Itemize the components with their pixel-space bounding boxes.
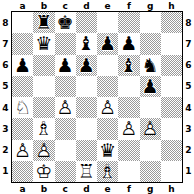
black-pawn-icon: ♟ [118,33,139,54]
black-bishop-icon: ♝ [76,33,97,54]
square-a3[interactable] [12,118,33,139]
rank-label-4: 4 [0,97,11,118]
rank-label-5: 5 [0,76,11,97]
square-a1[interactable] [12,161,33,182]
rank-label-1: 1 [0,161,11,182]
square-e7[interactable]: ♟ [97,33,118,54]
square-g3[interactable]: ♟♙ [140,118,161,139]
white-pawn-icon: ♙ [55,97,76,118]
square-e4[interactable]: ♟♙ [97,97,118,118]
square-d4[interactable] [76,97,97,118]
black-pawn-icon: ♟ [76,55,97,76]
square-c1[interactable] [55,161,76,182]
white-pawn-icon: ♙ [33,140,54,161]
file-label-d: d [76,183,97,194]
square-b2[interactable]: ♟♙ [33,140,54,161]
piece-black-pawn-f7[interactable]: ♟ [118,33,139,54]
piece-black-queen-b7[interactable]: ♛ [33,33,54,54]
square-c5[interactable] [55,76,76,97]
square-h7[interactable] [161,33,182,54]
file-label-c: c [55,0,76,11]
white-bishop-icon: ♗ [97,161,118,182]
square-g1[interactable] [140,161,161,182]
piece-black-rook-b8[interactable]: ♜ [33,12,54,33]
black-bishop-icon: ♝ [118,55,139,76]
square-f2[interactable] [118,140,139,161]
white-knight-icon: ♘ [12,97,33,118]
square-a7[interactable] [12,33,33,54]
square-c2[interactable] [55,140,76,161]
square-a5[interactable] [12,76,33,97]
square-a8[interactable] [12,12,33,33]
square-g7[interactable] [140,33,161,54]
square-d1[interactable]: ♜♖ [76,161,97,182]
piece-white-pawn-e4[interactable]: ♟♙ [97,97,118,118]
chess-board-diagram: abcdefgh 87654321 ♜♚♛♝♟♟♟♟♟♝♞♟♞♘♟♙♟♙♝♗♟♙… [0,0,194,194]
white-bishop-icon: ♗ [33,118,54,139]
rank-label-8: 8 [0,12,11,33]
file-labels-bottom: abcdefgh [12,183,182,194]
square-e2[interactable]: ♛ [97,140,118,161]
black-pawn-icon: ♟ [97,33,118,54]
file-label-g: g [140,0,161,11]
piece-black-pawn-a6[interactable]: ♟ [12,55,33,76]
square-f5[interactable] [118,76,139,97]
square-h2[interactable] [161,140,182,161]
rank-labels-right: 87654321 [183,12,194,182]
square-g8[interactable] [140,12,161,33]
square-b1[interactable]: ♚♔ [33,161,54,182]
rank-label-4: 4 [183,97,194,118]
file-label-b: b [33,0,54,11]
piece-black-queen-e2[interactable]: ♛ [97,140,118,161]
rank-label-3: 3 [0,118,11,139]
square-f1[interactable] [118,161,139,182]
square-d8[interactable] [76,12,97,33]
rank-label-7: 7 [0,33,11,54]
rank-labels-left: 87654321 [0,12,11,182]
piece-black-pawn-e7[interactable]: ♟ [97,33,118,54]
square-f6[interactable]: ♝ [118,55,139,76]
white-king-icon: ♔ [33,161,54,182]
piece-white-king-b1[interactable]: ♚♔ [33,161,54,182]
chess-board: ♜♚♛♝♟♟♟♟♟♝♞♟♞♘♟♙♟♙♝♗♟♙♟♙♟♙♟♙♛♚♔♜♖♝♗ [11,11,183,183]
black-king-icon: ♚ [55,12,76,33]
piece-white-knight-a4[interactable]: ♞♘ [12,97,33,118]
piece-black-pawn-g5[interactable]: ♟ [140,76,161,97]
file-label-d: d [76,0,97,11]
square-a2[interactable]: ♟♙ [12,140,33,161]
square-f8[interactable] [118,12,139,33]
white-pawn-icon: ♙ [12,140,33,161]
white-pawn-icon: ♙ [118,118,139,139]
piece-black-bishop-f6[interactable]: ♝ [118,55,139,76]
square-h6[interactable] [161,55,182,76]
square-e6[interactable] [97,55,118,76]
square-b4[interactable] [33,97,54,118]
black-queen-icon: ♛ [97,140,118,161]
piece-black-pawn-c6[interactable]: ♟ [55,55,76,76]
square-a6[interactable]: ♟ [12,55,33,76]
piece-white-pawn-c4[interactable]: ♟♙ [55,97,76,118]
square-c4[interactable]: ♟♙ [55,97,76,118]
file-label-h: h [161,0,182,11]
square-f7[interactable]: ♟ [118,33,139,54]
square-f3[interactable]: ♟♙ [118,118,139,139]
piece-white-pawn-a2[interactable]: ♟♙ [12,140,33,161]
piece-white-bishop-e1[interactable]: ♝♗ [97,161,118,182]
square-b7[interactable]: ♛ [33,33,54,54]
piece-black-bishop-d7[interactable]: ♝ [76,33,97,54]
square-g4[interactable] [140,97,161,118]
file-label-h: h [161,183,182,194]
rank-label-5: 5 [183,76,194,97]
black-pawn-icon: ♟ [12,55,33,76]
file-label-a: a [12,183,33,194]
file-label-e: e [97,183,118,194]
black-pawn-icon: ♟ [140,76,161,97]
square-d2[interactable] [76,140,97,161]
square-a4[interactable]: ♞♘ [12,97,33,118]
square-d6[interactable]: ♟ [76,55,97,76]
file-label-e: e [97,0,118,11]
rank-label-7: 7 [183,33,194,54]
piece-white-pawn-b2[interactable]: ♟♙ [33,140,54,161]
square-b6[interactable] [33,55,54,76]
white-pawn-icon: ♙ [97,97,118,118]
black-queen-icon: ♛ [33,33,54,54]
piece-white-pawn-f3[interactable]: ♟♙ [118,118,139,139]
black-rook-icon: ♜ [33,12,54,33]
square-h1[interactable] [161,161,182,182]
square-h5[interactable] [161,76,182,97]
square-g2[interactable] [140,140,161,161]
square-d5[interactable] [76,76,97,97]
square-d7[interactable]: ♝ [76,33,97,54]
square-c8[interactable]: ♚ [55,12,76,33]
file-label-c: c [55,183,76,194]
square-f4[interactable] [118,97,139,118]
rank-label-2: 2 [183,140,194,161]
file-label-f: f [118,0,139,11]
rank-label-6: 6 [0,55,11,76]
file-labels-top: abcdefgh [12,0,182,11]
file-label-a: a [12,0,33,11]
rank-label-6: 6 [183,55,194,76]
square-e1[interactable]: ♝♗ [97,161,118,182]
file-label-b: b [33,183,54,194]
white-rook-icon: ♖ [76,161,97,182]
white-pawn-icon: ♙ [140,118,161,139]
rank-label-1: 1 [183,161,194,182]
file-label-f: f [118,183,139,194]
black-knight-icon: ♞ [140,55,161,76]
black-pawn-icon: ♟ [55,55,76,76]
square-h8[interactable] [161,12,182,33]
file-label-g: g [140,183,161,194]
piece-white-pawn-g3[interactable]: ♟♙ [140,118,161,139]
square-c3[interactable] [55,118,76,139]
square-d3[interactable] [76,118,97,139]
square-h3[interactable] [161,118,182,139]
square-c6[interactable]: ♟ [55,55,76,76]
piece-black-king-c8[interactable]: ♚ [55,12,76,33]
square-b3[interactable]: ♝♗ [33,118,54,139]
square-b8[interactable]: ♜ [33,12,54,33]
rank-label-2: 2 [0,140,11,161]
square-e8[interactable] [97,12,118,33]
square-h4[interactable] [161,97,182,118]
piece-black-pawn-d6[interactable]: ♟ [76,55,97,76]
piece-white-rook-d1[interactable]: ♜♖ [76,161,97,182]
square-e5[interactable] [97,76,118,97]
piece-white-bishop-b3[interactable]: ♝♗ [33,118,54,139]
rank-label-3: 3 [183,118,194,139]
square-g6[interactable]: ♞ [140,55,161,76]
square-g5[interactable]: ♟ [140,76,161,97]
square-b5[interactable] [33,76,54,97]
rank-label-8: 8 [183,12,194,33]
square-e3[interactable] [97,118,118,139]
square-c7[interactable] [55,33,76,54]
piece-black-knight-g6[interactable]: ♞ [140,55,161,76]
